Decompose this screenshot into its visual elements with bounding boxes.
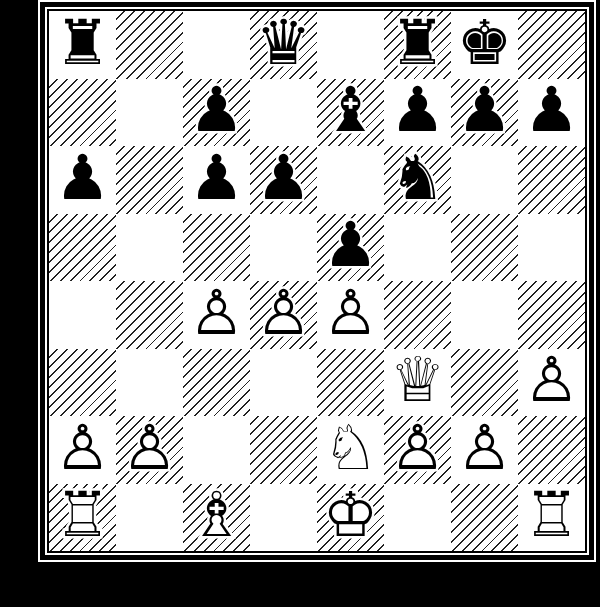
square-h4[interactable] (518, 281, 585, 349)
chess-diagram-frame-band: ♜♜♛♛♜♜♚♚♟♟♝♝♟♟♟♟♟♟♟♟♟♟♟♟♞♞♟♟♟♙♟♙♟♙♛♕♟♙♟♙… (40, 2, 594, 560)
chess-diagram-frame-gap: ♜♜♛♛♜♜♚♚♟♟♝♝♟♟♟♟♟♟♟♟♟♟♟♟♞♞♟♟♟♙♟♙♟♙♛♕♟♙♟♙… (45, 7, 589, 555)
piece-white-pawn: ♙ (256, 281, 312, 343)
board-grid: ♜♜♛♛♜♜♚♚♟♟♝♝♟♟♟♟♟♟♟♟♟♟♟♟♞♞♟♟♟♙♟♙♟♙♛♕♟♙♟♙… (47, 9, 587, 553)
piece-halo: ♝ (189, 484, 245, 546)
piece-halo: ♟ (256, 146, 312, 208)
piece-white-pawn: ♙ (323, 281, 379, 343)
piece-white-bishop: ♗ (189, 484, 245, 546)
piece-halo: ♟ (524, 79, 580, 141)
square-h2[interactable] (518, 416, 585, 484)
piece-halo: ♜ (524, 484, 580, 546)
square-f8[interactable]: ♜♜ (384, 11, 451, 79)
piece-black-pawn: ♟ (457, 79, 513, 141)
square-b6[interactable] (116, 146, 183, 214)
square-h5[interactable] (518, 214, 585, 282)
piece-halo: ♟ (256, 281, 312, 343)
square-d6[interactable]: ♟♟ (250, 146, 317, 214)
piece-white-rook: ♖ (524, 484, 580, 546)
square-f4[interactable] (384, 281, 451, 349)
piece-black-pawn: ♟ (256, 146, 312, 208)
piece-halo: ♟ (457, 416, 513, 478)
piece-halo: ♜ (55, 484, 111, 546)
piece-black-bishop: ♝ (323, 79, 379, 141)
square-d7[interactable] (250, 79, 317, 147)
square-f5[interactable] (384, 214, 451, 282)
piece-black-pawn: ♟ (390, 79, 446, 141)
piece-halo: ♟ (122, 416, 178, 478)
square-c2[interactable] (183, 416, 250, 484)
piece-black-pawn: ♟ (55, 146, 111, 208)
piece-halo: ♛ (390, 349, 446, 411)
piece-white-pawn: ♙ (122, 416, 178, 478)
square-e5[interactable]: ♟♟ (317, 214, 384, 282)
piece-black-pawn: ♟ (524, 79, 580, 141)
piece-halo: ♛ (256, 11, 312, 73)
square-h3[interactable]: ♟♙ (518, 349, 585, 417)
piece-halo: ♟ (55, 146, 111, 208)
square-a2[interactable]: ♟♙ (49, 416, 116, 484)
square-a1[interactable]: ♜♖ (49, 484, 116, 552)
square-c8[interactable] (183, 11, 250, 79)
square-a7[interactable] (49, 79, 116, 147)
piece-black-knight: ♞ (390, 146, 446, 208)
square-e4[interactable]: ♟♙ (317, 281, 384, 349)
piece-white-pawn: ♙ (189, 281, 245, 343)
piece-black-rook: ♜ (55, 11, 111, 73)
square-b4[interactable] (116, 281, 183, 349)
piece-white-pawn: ♙ (390, 416, 446, 478)
square-e7[interactable]: ♝♝ (317, 79, 384, 147)
piece-halo: ♚ (323, 484, 379, 546)
piece-halo: ♟ (457, 79, 513, 141)
square-b1[interactable] (116, 484, 183, 552)
square-a8[interactable]: ♜♜ (49, 11, 116, 79)
square-h8[interactable] (518, 11, 585, 79)
piece-halo: ♟ (189, 146, 245, 208)
page-background: { "game": "chess", "diagram_style": "pri… (0, 0, 600, 607)
square-h7[interactable]: ♟♟ (518, 79, 585, 147)
square-d8[interactable]: ♛♛ (250, 11, 317, 79)
square-g6[interactable] (451, 146, 518, 214)
square-f1[interactable] (384, 484, 451, 552)
piece-black-pawn: ♟ (323, 214, 379, 276)
square-f6[interactable]: ♞♞ (384, 146, 451, 214)
piece-halo: ♟ (390, 416, 446, 478)
square-f3[interactable]: ♛♕ (384, 349, 451, 417)
square-c6[interactable]: ♟♟ (183, 146, 250, 214)
piece-halo: ♟ (323, 281, 379, 343)
square-c5[interactable] (183, 214, 250, 282)
square-g1[interactable] (451, 484, 518, 552)
square-f7[interactable]: ♟♟ (384, 79, 451, 147)
piece-white-pawn: ♙ (524, 349, 580, 411)
square-e3[interactable] (317, 349, 384, 417)
square-e8[interactable] (317, 11, 384, 79)
square-a4[interactable] (49, 281, 116, 349)
piece-halo: ♝ (323, 79, 379, 141)
square-b2[interactable]: ♟♙ (116, 416, 183, 484)
piece-white-king: ♔ (323, 484, 379, 546)
square-e1[interactable]: ♚♔ (317, 484, 384, 552)
piece-white-queen: ♕ (390, 349, 446, 411)
square-a6[interactable]: ♟♟ (49, 146, 116, 214)
chess-diagram-frame-outer-line: ♜♜♛♛♜♜♚♚♟♟♝♝♟♟♟♟♟♟♟♟♟♟♟♟♞♞♟♟♟♙♟♙♟♙♛♕♟♙♟♙… (38, 0, 596, 562)
piece-black-pawn: ♟ (189, 79, 245, 141)
piece-white-knight: ♘ (323, 416, 379, 478)
piece-halo: ♚ (457, 11, 513, 73)
square-d2[interactable] (250, 416, 317, 484)
square-d5[interactable] (250, 214, 317, 282)
square-d4[interactable]: ♟♙ (250, 281, 317, 349)
square-c7[interactable]: ♟♟ (183, 79, 250, 147)
square-a3[interactable] (49, 349, 116, 417)
square-e2[interactable]: ♞♘ (317, 416, 384, 484)
piece-halo: ♟ (55, 416, 111, 478)
piece-black-pawn: ♟ (189, 146, 245, 208)
piece-halo: ♟ (323, 214, 379, 276)
square-g5[interactable] (451, 214, 518, 282)
square-h1[interactable]: ♜♖ (518, 484, 585, 552)
square-g2[interactable]: ♟♙ (451, 416, 518, 484)
square-g7[interactable]: ♟♟ (451, 79, 518, 147)
piece-black-rook: ♜ (390, 11, 446, 73)
piece-halo: ♟ (189, 79, 245, 141)
square-b7[interactable] (116, 79, 183, 147)
piece-halo: ♜ (55, 11, 111, 73)
piece-white-rook: ♖ (55, 484, 111, 546)
piece-white-pawn: ♙ (457, 416, 513, 478)
square-b3[interactable] (116, 349, 183, 417)
square-c4[interactable]: ♟♙ (183, 281, 250, 349)
square-c3[interactable] (183, 349, 250, 417)
square-c1[interactable]: ♝♗ (183, 484, 250, 552)
piece-halo: ♟ (524, 349, 580, 411)
piece-halo: ♞ (323, 416, 379, 478)
square-h6[interactable] (518, 146, 585, 214)
square-g3[interactable] (451, 349, 518, 417)
piece-white-pawn: ♙ (55, 416, 111, 478)
piece-halo: ♟ (390, 79, 446, 141)
square-d1[interactable] (250, 484, 317, 552)
square-a5[interactable] (49, 214, 116, 282)
piece-black-queen: ♛ (256, 11, 312, 73)
piece-halo: ♞ (390, 146, 446, 208)
square-e6[interactable] (317, 146, 384, 214)
square-g8[interactable]: ♚♚ (451, 11, 518, 79)
piece-black-king: ♚ (457, 11, 513, 73)
square-b5[interactable] (116, 214, 183, 282)
square-b8[interactable] (116, 11, 183, 79)
square-g4[interactable] (451, 281, 518, 349)
square-d3[interactable] (250, 349, 317, 417)
square-f2[interactable]: ♟♙ (384, 416, 451, 484)
piece-halo: ♜ (390, 11, 446, 73)
piece-halo: ♟ (189, 281, 245, 343)
